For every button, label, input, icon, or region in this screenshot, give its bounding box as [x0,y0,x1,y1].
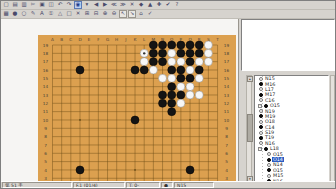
white-move-icon [267,152,271,156]
coord-letter: D [78,37,81,42]
coord-number: 6 [44,151,47,156]
black-stone-P16[interactable] [177,66,185,74]
coord-number: 16 [43,68,49,73]
coord-number: 16 [224,68,230,73]
black-stone-N19[interactable] [159,41,167,49]
coord-number: 8 [225,134,228,139]
tree-move-label: M19 [264,114,276,119]
mark-triangle-button[interactable]: △ [56,10,64,18]
number-button[interactable]: ① [47,10,55,18]
board-panel: AA1919BB1818CC1717DD1616EE1515FF1414GG13… [1,19,238,183]
go-board-svg[interactable]: AA1919BB1818CC1717DD1616EE1515FF1414GG13… [38,35,236,189]
pan-nw-button[interactable]: ↖ [119,10,127,18]
white-stone-P14[interactable] [177,83,185,91]
black-move-icon [264,104,268,108]
coord-number: 19 [224,43,230,48]
black-stone-M17[interactable] [149,58,157,66]
black-move-icon [259,93,263,97]
white-move-icon [259,141,263,145]
coord-number: 11 [43,109,49,114]
zoom-out-button[interactable]: ⊖ [110,10,118,18]
multigo-window: ▢▤▥✂▣◫↶↷◉▾◀▶≪≫✕◆▲✚✔? ▦●○✎A①△□✕⊞⊟⊕⊖↖↘⌂✓ A… [0,0,336,189]
tree-move-label: O15 [269,103,281,108]
coord-number: 18 [224,51,230,56]
tree-move-label: M17 [264,92,276,97]
black-stone-N17[interactable] [159,58,167,66]
black-stone-M18[interactable] [149,49,157,57]
tree-expander[interactable]: − [258,147,262,151]
white-move-icon [259,120,263,124]
coord-number: 18 [43,51,49,56]
tree-move-label: L17 [264,87,275,92]
white-stone-O15[interactable] [168,74,176,82]
white-stone-P12[interactable] [177,99,185,107]
black-stone-O14[interactable] [168,83,176,91]
tree-move-label: O15 [272,152,284,157]
black-stone-R19[interactable] [195,41,203,49]
coord-number: 14 [43,84,49,89]
coord-number: 5 [225,159,228,164]
prev-move-button[interactable]: ◀ [92,1,100,9]
black-stone-Q15[interactable] [186,74,194,82]
sidebar: ▴ ▾ N15M16L17M17C16−O15N19M19O18C14S19T1… [238,19,336,183]
black-stone-Q19[interactable] [186,41,194,49]
tree-move-label: M15 [272,173,284,178]
move-tree-panel: ▴ ▾ N15M16L17M17C16−O15N19M19O18C14S19T1… [241,75,335,183]
coord-number: 11 [224,109,230,114]
black-move-icon [259,136,263,140]
black-stone-O11[interactable] [168,108,176,116]
delete-button[interactable]: ✕ [128,1,136,9]
black-stone-O12[interactable] [168,99,176,107]
black-move-icon [259,125,263,129]
white-stone-O18[interactable] [168,49,176,57]
white-stone-R15[interactable] [195,74,203,82]
add-button[interactable]: ✚ [155,1,163,9]
black-stone-O19[interactable] [168,41,176,49]
coord-number: 13 [224,93,230,98]
tree-move-label: M16 [264,82,276,87]
black-stone-R18[interactable] [195,49,203,57]
status-bar: 第 51 手F.1 (01/4)T: 0-●N15 [1,181,336,188]
letter-button[interactable]: A [38,10,46,18]
white-stone-Q13[interactable] [186,91,194,99]
white-move-icon [259,98,263,102]
check-button[interactable]: ✔ [164,1,172,9]
undo-button[interactable]: ↶ [56,1,64,9]
coord-letter: C [69,37,72,42]
save-button[interactable]: ▥ [20,1,28,9]
white-stone-R17[interactable] [195,58,203,66]
coord-number: 8 [44,134,47,139]
black-stone-N12[interactable] [159,99,167,107]
black-stone-K10[interactable] [131,116,139,124]
coord-letter: E [88,37,91,42]
coord-letter: A [51,37,54,42]
status-segment-3: ● [161,182,173,188]
coord-number: 12 [43,101,49,106]
coord-letter: H [115,37,118,42]
black-stone-D16[interactable] [76,66,84,74]
black-stone-P13[interactable] [177,91,185,99]
coord-number: 4 [225,168,228,173]
status-segment-1: F.1 (01/4) [73,182,125,188]
coord-letter: T [215,37,219,42]
coord-number: 17 [224,59,230,64]
white-stone-N15[interactable] [159,74,167,82]
coord-number: 9 [44,126,47,131]
tree-move-label: S19 [264,130,275,135]
mode-dropdown-button[interactable]: ▾ [83,1,91,9]
coord-number: 7 [225,143,228,148]
black-stone-D4[interactable] [76,166,84,174]
board-button[interactable]: ▦ [2,10,10,18]
black-move-icon [264,147,268,151]
white-stone-Q16[interactable] [186,66,194,74]
black-move-icon [259,114,263,118]
black-stone-button[interactable]: ● [11,10,19,18]
tree-move-label: T19 [264,135,275,140]
tree-move-label: C16 [264,98,275,103]
black-stone-Q18[interactable] [186,49,194,57]
white-stone-S18[interactable] [204,49,212,57]
coord-number: 10 [43,118,49,123]
white-move-icon [259,87,263,91]
tree-move-label: O14 [272,157,284,162]
white-move-icon [267,163,271,167]
edit-button[interactable]: ✎ [29,10,37,18]
mark-square-button[interactable]: □ [65,10,73,18]
next-move-button[interactable]: ▶ [101,1,109,9]
mode-button[interactable]: ◉ [74,1,82,9]
cut-button[interactable]: ✂ [29,1,37,9]
redo-button[interactable]: ↷ [65,1,73,9]
black-stone-K16[interactable] [131,66,139,74]
go-board[interactable]: AA1919BB1818CC1717DD1616EE1515FF1414GG13… [38,35,236,189]
white-stone-O17[interactable] [168,58,176,66]
first-move-button[interactable]: ≪ [110,1,118,9]
mark-cross-button[interactable]: ✕ [74,10,82,18]
coord-number: 15 [43,76,49,81]
pan-se-button[interactable]: ↘ [128,10,136,18]
star-point [189,119,191,121]
tree-move-label: N14 [272,162,284,167]
tree-move-label: L18 [269,146,280,151]
tree-scrollbar[interactable]: ▴ ▾ [246,75,252,183]
black-stone-N13[interactable] [159,91,167,99]
coord-number: 19 [43,43,49,48]
black-stone-Q4[interactable] [186,166,194,174]
coord-number: 5 [44,159,47,164]
tree-move-label: N19 [264,109,276,114]
scroll-up-arrow[interactable]: ▴ [247,76,253,82]
paste-button[interactable]: ◫ [47,1,55,9]
coord-number: 9 [225,126,228,131]
open-button[interactable]: ▤ [11,1,19,9]
coord-letter: G [106,37,109,42]
coord-number: 10 [224,118,230,123]
coord-number: 17 [43,59,49,64]
zoom-in-button[interactable]: ⊕ [101,10,109,18]
last-move-button[interactable]: ≫ [119,1,127,9]
tree-scrollbar-right[interactable] [330,75,335,183]
black-stone-P15[interactable] [177,74,185,82]
white-move-icon [259,109,263,113]
coord-letter: B [60,37,63,42]
coord-number: 15 [224,76,230,81]
black-move-icon [267,168,271,172]
white-stone-Q14[interactable] [186,83,194,91]
white-stone-L17[interactable] [140,58,148,66]
white-stone-S17[interactable] [204,58,212,66]
status-segment-2: T: 0- [126,182,160,188]
coord-number: 4 [44,168,47,173]
white-move-icon [259,131,263,135]
white-stone-S19[interactable] [204,41,212,49]
coord-number: 12 [224,101,230,106]
black-stone-Q17[interactable] [186,58,194,66]
toolbar-edit: ▦●○✎A①△□✕⊞⊟⊕⊖↖↘⌂✓ [1,10,336,19]
current-move-marker [143,52,145,54]
black-stone-O13[interactable] [168,91,176,99]
expand-button[interactable]: ⊞ [83,10,91,18]
black-stone-O16[interactable] [168,66,176,74]
white-stone-M16[interactable] [149,66,157,74]
comment-panel[interactable] [241,19,335,71]
status-segment-4: N15 [174,182,214,188]
coord-number: 7 [44,143,47,148]
black-stone-R16[interactable] [195,66,203,74]
tree-move-label: N16 [264,141,276,146]
white-stone-P17[interactable] [177,58,185,66]
tree-move-label: N15 [264,76,276,81]
black-stone-L16[interactable] [140,66,148,74]
status-segment-0: 第 51 手 [2,182,72,188]
tree-expander[interactable]: − [258,104,262,108]
white-move-icon [259,77,263,81]
white-stone-R13[interactable] [195,91,203,99]
copy-button[interactable]: ▣ [38,1,46,9]
help-button[interactable]: ? [173,1,181,9]
black-stone-P19[interactable] [177,41,185,49]
black-move-icon [267,158,271,162]
tree-move-label: C14 [264,125,275,130]
coord-number: 6 [225,151,228,156]
coord-letter: J [124,37,126,42]
home-button[interactable]: ⌂ [137,10,145,18]
move-tree: N15M16L17M17C16−O15N19M19O18C14S19T19N16… [254,75,329,183]
triangle-button[interactable]: ▲ [146,1,154,9]
white-move-icon [267,174,271,178]
tree-scrollbar-thumb[interactable] [247,114,253,142]
collapse-button[interactable]: ⊟ [92,10,100,18]
tree-move-label: O18 [264,119,276,124]
black-move-icon [259,82,263,86]
new-button[interactable]: ▢ [2,1,10,9]
coord-number: 13 [43,93,49,98]
white-stone-button[interactable]: ○ [20,10,28,18]
black-stone-N18[interactable] [159,49,167,57]
star-point [79,119,81,121]
diamond-button[interactable]: ◆ [137,1,145,9]
star-point [134,169,136,171]
black-stone-P18[interactable] [177,49,185,57]
tree-move-label: O15 [272,168,284,173]
coord-letter: K [134,37,137,42]
black-stone-M19[interactable] [149,41,157,49]
ok-button[interactable]: ✓ [146,10,154,18]
coord-number: 14 [224,84,230,89]
toolbar-main: ▢▤▥✂▣◫↶↷◉▾◀▶≪≫✕◆▲✚✔? [1,1,336,10]
